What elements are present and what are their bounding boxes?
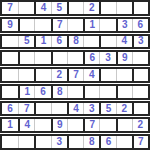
board-row-1: 7452 — [0, 0, 150, 16]
board-row-2: 97136 — [0, 17, 150, 33]
cell-r7c2[interactable]: 7 — [18, 103, 34, 115]
cell-r7c1[interactable]: 6 — [2, 103, 18, 115]
cell-r2c7[interactable] — [99, 19, 115, 31]
sudoku-board: 745297136516843639274168674352149723867 — [0, 0, 150, 150]
cell-r2c5[interactable] — [67, 19, 83, 31]
board-row-6: 168 — [0, 84, 150, 100]
cell-r1c4[interactable]: 5 — [51, 2, 67, 14]
cell-r2c9[interactable]: 6 — [132, 19, 148, 31]
cell-r1c7[interactable] — [99, 2, 115, 14]
cell-r8c7[interactable] — [99, 119, 115, 131]
cell-r6c5[interactable] — [67, 86, 83, 98]
cell-r5c4[interactable]: 2 — [51, 69, 67, 81]
cell-r7c3[interactable] — [34, 103, 50, 115]
cell-r1c2[interactable] — [18, 2, 34, 14]
cell-r7c4[interactable] — [51, 103, 67, 115]
cell-r6c2[interactable]: 1 — [18, 86, 34, 98]
cell-r1c1[interactable]: 7 — [2, 2, 18, 14]
cell-r6c1[interactable] — [2, 86, 18, 98]
cell-r4c2[interactable] — [18, 52, 34, 64]
cell-r8c8[interactable] — [116, 119, 132, 131]
cell-r4c8[interactable]: 9 — [116, 52, 132, 64]
cell-r9c7[interactable]: 6 — [99, 136, 115, 148]
cell-r4c7[interactable]: 3 — [99, 52, 115, 64]
cell-r9c5[interactable] — [67, 136, 83, 148]
cell-r2c2[interactable] — [18, 19, 34, 31]
cell-r6c7[interactable] — [99, 86, 115, 98]
cell-r3c2[interactable]: 5 — [18, 36, 34, 48]
board-row-5: 274 — [0, 67, 150, 83]
cell-r1c3[interactable]: 4 — [34, 2, 50, 14]
cell-r9c3[interactable] — [34, 136, 50, 148]
board-row-8: 14972 — [0, 117, 150, 133]
cell-r7c9[interactable] — [132, 103, 148, 115]
cell-r9c6[interactable]: 8 — [83, 136, 99, 148]
cell-r5c3[interactable] — [34, 69, 50, 81]
cell-r3c6[interactable] — [83, 36, 99, 48]
cell-r5c2[interactable] — [18, 69, 34, 81]
board-row-7: 674352 — [0, 101, 150, 117]
cell-r3c7[interactable] — [99, 36, 115, 48]
cell-r4c9[interactable] — [132, 52, 148, 64]
cell-r9c2[interactable] — [18, 136, 34, 148]
cell-r3c4[interactable]: 6 — [51, 36, 67, 48]
cell-r5c8[interactable] — [116, 69, 132, 81]
cell-r7c5[interactable]: 4 — [67, 103, 83, 115]
cell-r1c8[interactable] — [116, 2, 132, 14]
cell-r2c1[interactable]: 9 — [2, 19, 18, 31]
board-row-3: 516843 — [0, 34, 150, 50]
cell-r8c5[interactable] — [67, 119, 83, 131]
cell-r8c1[interactable]: 1 — [2, 119, 18, 131]
cell-r3c5[interactable]: 8 — [67, 36, 83, 48]
cell-r9c8[interactable] — [116, 136, 132, 148]
cell-r7c6[interactable]: 3 — [83, 103, 99, 115]
cell-r5c6[interactable]: 4 — [83, 69, 99, 81]
cell-r1c6[interactable]: 2 — [83, 2, 99, 14]
cell-r5c5[interactable]: 7 — [67, 69, 83, 81]
cell-r4c6[interactable]: 6 — [83, 52, 99, 64]
cell-r1c5[interactable] — [67, 2, 83, 14]
cell-r3c8[interactable]: 4 — [116, 36, 132, 48]
cell-r4c3[interactable] — [34, 52, 50, 64]
cell-r4c4[interactable] — [51, 52, 67, 64]
cell-r2c6[interactable]: 1 — [83, 19, 99, 31]
cell-r2c4[interactable]: 7 — [51, 19, 67, 31]
cell-r1c9[interactable] — [132, 2, 148, 14]
cell-r7c8[interactable]: 2 — [116, 103, 132, 115]
cell-r5c7[interactable] — [99, 69, 115, 81]
cell-r8c6[interactable]: 7 — [83, 119, 99, 131]
cell-r4c1[interactable] — [2, 52, 18, 64]
cell-r5c1[interactable] — [2, 69, 18, 81]
cell-r6c6[interactable] — [83, 86, 99, 98]
cell-r9c1[interactable] — [2, 136, 18, 148]
cell-r6c8[interactable] — [116, 86, 132, 98]
cell-r2c3[interactable] — [34, 19, 50, 31]
cell-r2c8[interactable]: 3 — [116, 19, 132, 31]
cell-r8c9[interactable]: 2 — [132, 119, 148, 131]
cell-r3c3[interactable]: 1 — [34, 36, 50, 48]
cell-r9c9[interactable]: 7 — [132, 136, 148, 148]
cell-r5c9[interactable] — [132, 69, 148, 81]
cell-r6c4[interactable]: 8 — [51, 86, 67, 98]
cell-r9c4[interactable]: 3 — [51, 136, 67, 148]
cell-r7c7[interactable]: 5 — [99, 103, 115, 115]
cell-r6c9[interactable] — [132, 86, 148, 98]
cell-r8c3[interactable] — [34, 119, 50, 131]
cell-r4c5[interactable] — [67, 52, 83, 64]
cell-r3c9[interactable]: 3 — [132, 36, 148, 48]
cell-r6c3[interactable]: 6 — [34, 86, 50, 98]
cell-r8c2[interactable]: 4 — [18, 119, 34, 131]
board-row-4: 639 — [0, 50, 150, 66]
cell-r3c1[interactable] — [2, 36, 18, 48]
board-row-9: 3867 — [0, 134, 150, 150]
cell-r8c4[interactable]: 9 — [51, 119, 67, 131]
